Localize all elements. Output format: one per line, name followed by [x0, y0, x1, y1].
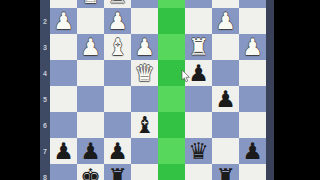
square-g6[interactable] [77, 112, 104, 138]
square-d6[interactable] [158, 112, 185, 138]
piece-white-pawn: ♟ [53, 8, 74, 34]
piece-black-pawn: ♟ [53, 138, 74, 164]
square-f1[interactable]: ♜ [104, 0, 131, 8]
square-a7[interactable]: ♟ [239, 138, 266, 164]
piece-black-pawn: ♟ [80, 138, 101, 164]
board-frame-right [266, 0, 274, 180]
square-c1[interactable] [185, 0, 212, 8]
piece-black-pawn: ♟ [188, 60, 209, 86]
square-h8[interactable] [50, 164, 77, 180]
square-b7[interactable] [212, 138, 239, 164]
piece-white-rook: ♜ [188, 34, 209, 60]
square-b2[interactable]: ♟ [212, 8, 239, 34]
piece-black-pawn: ♟ [242, 138, 263, 164]
piece-black-pawn: ♟ [107, 138, 128, 164]
square-e4[interactable]: ♛ [131, 60, 158, 86]
square-f4[interactable] [104, 60, 131, 86]
square-d2[interactable] [158, 8, 185, 34]
square-c2[interactable] [185, 8, 212, 34]
square-b3[interactable] [212, 34, 239, 60]
square-h7[interactable]: ♟ [50, 138, 77, 164]
piece-white-bishop: ♝ [107, 34, 128, 60]
square-e2[interactable] [131, 8, 158, 34]
square-h3[interactable] [50, 34, 77, 60]
square-g4[interactable] [77, 60, 104, 86]
square-f6[interactable] [104, 112, 131, 138]
chess-board[interactable]: ♚♜♟♟♟♟♝♟♜♟♛♟♟♝♟♟♟♛♟♚♜♜ [50, 0, 266, 180]
rank-label-8: 8 [40, 173, 50, 180]
rank-label-4: 4 [40, 69, 50, 78]
mouse-cursor-icon [181, 70, 191, 83]
square-d7[interactable] [158, 138, 185, 164]
square-f2[interactable]: ♟ [104, 8, 131, 34]
square-e3[interactable]: ♟ [131, 34, 158, 60]
square-f3[interactable]: ♝ [104, 34, 131, 60]
square-a4[interactable] [239, 60, 266, 86]
rank-label-6: 6 [40, 121, 50, 130]
square-d3[interactable] [158, 34, 185, 60]
square-d8[interactable] [158, 164, 185, 180]
square-b8[interactable]: ♜ [212, 164, 239, 180]
square-f8[interactable]: ♜ [104, 164, 131, 180]
square-e8[interactable] [131, 164, 158, 180]
square-h2[interactable]: ♟ [50, 8, 77, 34]
rank-label-3: 3 [40, 43, 50, 52]
piece-white-pawn: ♟ [80, 34, 101, 60]
square-e6[interactable]: ♝ [131, 112, 158, 138]
piece-black-rook: ♜ [107, 164, 128, 180]
rank-label-5: 5 [40, 95, 50, 104]
square-a1[interactable] [239, 0, 266, 8]
square-d1[interactable] [158, 0, 185, 8]
square-f7[interactable]: ♟ [104, 138, 131, 164]
piece-white-pawn: ♟ [107, 8, 128, 34]
square-b6[interactable] [212, 112, 239, 138]
square-g7[interactable]: ♟ [77, 138, 104, 164]
square-h5[interactable] [50, 86, 77, 112]
square-b1[interactable] [212, 0, 239, 8]
square-g8[interactable]: ♚ [77, 164, 104, 180]
square-c5[interactable] [185, 86, 212, 112]
rank-label-7: 7 [40, 147, 50, 156]
rank-coordinates-strip: 2345678 [40, 0, 50, 180]
piece-white-pawn: ♟ [134, 34, 155, 60]
square-g3[interactable]: ♟ [77, 34, 104, 60]
square-f5[interactable] [104, 86, 131, 112]
square-a3[interactable]: ♟ [239, 34, 266, 60]
piece-black-rook: ♜ [215, 164, 236, 180]
square-a8[interactable] [239, 164, 266, 180]
piece-white-pawn: ♟ [215, 8, 236, 34]
square-e1[interactable] [131, 0, 158, 8]
piece-white-pawn: ♟ [242, 34, 263, 60]
square-c8[interactable] [185, 164, 212, 180]
square-h4[interactable] [50, 60, 77, 86]
square-b5[interactable]: ♟ [212, 86, 239, 112]
square-g1[interactable]: ♚ [77, 0, 104, 8]
square-e5[interactable] [131, 86, 158, 112]
piece-black-king: ♚ [80, 164, 101, 180]
square-a6[interactable] [239, 112, 266, 138]
square-h6[interactable] [50, 112, 77, 138]
piece-white-king: ♚ [80, 0, 101, 8]
square-g5[interactable] [77, 86, 104, 112]
square-g2[interactable] [77, 8, 104, 34]
piece-black-pawn: ♟ [215, 86, 236, 112]
square-c6[interactable] [185, 112, 212, 138]
square-c7[interactable]: ♛ [185, 138, 212, 164]
piece-black-bishop: ♝ [134, 112, 155, 138]
square-d5[interactable] [158, 86, 185, 112]
square-a5[interactable] [239, 86, 266, 112]
rank-label-2: 2 [40, 17, 50, 26]
square-c3[interactable]: ♜ [185, 34, 212, 60]
square-h1[interactable] [50, 0, 77, 8]
piece-black-queen: ♛ [188, 138, 209, 164]
square-a2[interactable] [239, 8, 266, 34]
piece-white-queen: ♛ [134, 60, 155, 86]
chess-app-screen: 2345678 ♚♜♟♟♟♟♝♟♜♟♛♟♟♝♟♟♟♛♟♚♜♜ [0, 0, 320, 180]
square-e7[interactable] [131, 138, 158, 164]
piece-white-rook: ♜ [107, 0, 128, 8]
square-b4[interactable] [212, 60, 239, 86]
